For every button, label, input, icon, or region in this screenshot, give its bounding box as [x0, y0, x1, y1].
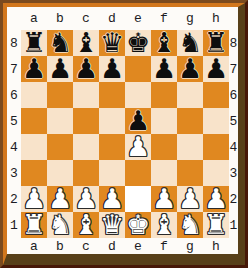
square-g7[interactable]: ♟	[177, 56, 203, 82]
square-f4[interactable]	[151, 134, 177, 160]
file-label-bottom-a: a	[21, 238, 47, 254]
square-g5[interactable]	[177, 108, 203, 134]
square-e7[interactable]	[125, 56, 151, 82]
piece-white-rook: ♜	[204, 212, 228, 238]
rank-label-left-1: 1	[7, 212, 21, 238]
piece-white-queen: ♛	[100, 212, 124, 238]
square-d4[interactable]	[99, 134, 125, 160]
rank-label-left-7: 7	[7, 56, 21, 82]
square-d1[interactable]: ♛	[99, 212, 125, 238]
file-label-bottom-c: c	[73, 238, 99, 254]
rank-label-left-4: 4	[7, 134, 21, 160]
square-e8[interactable]: ♚	[125, 30, 151, 56]
square-f1[interactable]: ♝	[151, 212, 177, 238]
square-h5[interactable]	[203, 108, 229, 134]
rank-label-left-8: 8	[7, 30, 21, 56]
square-d6[interactable]	[99, 82, 125, 108]
square-h4[interactable]	[203, 134, 229, 160]
piece-black-pawn: ♟	[74, 56, 98, 82]
piece-white-rook: ♜	[22, 212, 46, 238]
square-b1[interactable]: ♞	[47, 212, 73, 238]
rank-label-right-6: 6	[229, 82, 238, 108]
square-g1[interactable]: ♞	[177, 212, 203, 238]
square-b6[interactable]	[47, 82, 73, 108]
square-c4[interactable]	[73, 134, 99, 160]
square-f5[interactable]	[151, 108, 177, 134]
square-c1[interactable]: ♝	[73, 212, 99, 238]
file-label-bottom-f: f	[151, 238, 177, 254]
square-a1[interactable]: ♜	[21, 212, 47, 238]
piece-black-pawn: ♟	[204, 56, 228, 82]
square-d5[interactable]	[99, 108, 125, 134]
rank-label-left-3: 3	[7, 160, 21, 186]
rank-label-left-6: 6	[7, 82, 21, 108]
square-a7[interactable]: ♟	[21, 56, 47, 82]
square-a5[interactable]	[21, 108, 47, 134]
corner-bottom-right	[229, 238, 238, 254]
piece-white-king: ♚	[126, 212, 150, 238]
piece-black-pawn: ♟	[100, 56, 124, 82]
square-e3[interactable]	[125, 160, 151, 186]
piece-white-bishop: ♝	[152, 212, 176, 238]
square-g6[interactable]	[177, 82, 203, 108]
rank-label-left-2: 2	[7, 186, 21, 212]
rank-label-right-1: 1	[229, 212, 238, 238]
square-b4[interactable]	[47, 134, 73, 160]
rank-label-right-4: 4	[229, 134, 238, 160]
piece-white-knight: ♞	[178, 212, 202, 238]
piece-black-pawn: ♟	[152, 56, 176, 82]
square-d7[interactable]: ♟	[99, 56, 125, 82]
rank-label-right-8: 8	[229, 30, 238, 56]
piece-black-pawn: ♟	[48, 56, 72, 82]
piece-white-pawn: ♟	[126, 134, 150, 160]
square-f6[interactable]	[151, 82, 177, 108]
file-label-bottom-d: d	[99, 238, 125, 254]
piece-black-king: ♚	[126, 30, 150, 56]
square-h7[interactable]: ♟	[203, 56, 229, 82]
file-label-bottom-h: h	[203, 238, 229, 254]
file-label-bottom-e: e	[125, 238, 151, 254]
piece-black-pawn: ♟	[178, 56, 202, 82]
file-label-bottom-b: b	[47, 238, 73, 254]
corner-top-left	[7, 7, 21, 30]
square-a4[interactable]	[21, 134, 47, 160]
square-f7[interactable]: ♟	[151, 56, 177, 82]
square-a6[interactable]	[21, 82, 47, 108]
rank-label-right-2: 2	[229, 186, 238, 212]
board-inner-frame: abcdefgh8♜♞♝♛♚♝♞♜87♟♟♟♟♟♟♟7665♟54♟4332♟♟…	[3, 3, 245, 265]
chess-board: abcdefgh8♜♞♝♛♚♝♞♜87♟♟♟♟♟♟♟7665♟54♟4332♟♟…	[7, 7, 238, 254]
rank-label-right-5: 5	[229, 108, 238, 134]
square-c7[interactable]: ♟	[73, 56, 99, 82]
corner-bottom-left	[7, 238, 21, 254]
square-e1[interactable]: ♚	[125, 212, 151, 238]
board-frame: abcdefgh8♜♞♝♛♚♝♞♜87♟♟♟♟♟♟♟7665♟54♟4332♟♟…	[0, 0, 248, 268]
square-b5[interactable]	[47, 108, 73, 134]
square-h6[interactable]	[203, 82, 229, 108]
square-c6[interactable]	[73, 82, 99, 108]
square-g4[interactable]	[177, 134, 203, 160]
file-label-bottom-g: g	[177, 238, 203, 254]
rank-label-left-5: 5	[7, 108, 21, 134]
rank-label-right-7: 7	[229, 56, 238, 82]
rank-label-right-3: 3	[229, 160, 238, 186]
corner-top-right	[229, 7, 238, 30]
square-h1[interactable]: ♜	[203, 212, 229, 238]
piece-white-bishop: ♝	[74, 212, 98, 238]
square-b7[interactable]: ♟	[47, 56, 73, 82]
square-e4[interactable]: ♟	[125, 134, 151, 160]
square-c5[interactable]	[73, 108, 99, 134]
piece-black-pawn: ♟	[22, 56, 46, 82]
piece-white-knight: ♞	[48, 212, 72, 238]
